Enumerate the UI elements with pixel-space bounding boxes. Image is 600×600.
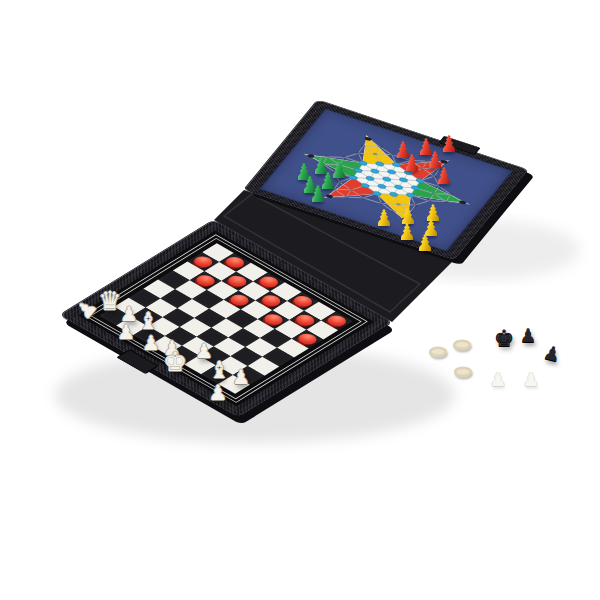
checkers-square[interactable] xyxy=(204,262,236,281)
red-checker-piece[interactable] xyxy=(190,254,216,269)
lattice-line xyxy=(363,197,382,204)
checkers-square[interactable] xyxy=(231,347,263,366)
checkers-square[interactable] xyxy=(218,375,250,394)
triangle-hole xyxy=(412,203,418,206)
checkers-square[interactable] xyxy=(207,281,239,300)
checkers-square[interactable] xyxy=(201,365,233,384)
red-checker-piece[interactable] xyxy=(222,255,248,270)
red-checker-piece[interactable] xyxy=(295,331,321,346)
checkers-square[interactable] xyxy=(270,282,302,301)
checkers-square[interactable] xyxy=(255,291,287,310)
checkers-square[interactable] xyxy=(148,317,180,336)
checkers-square[interactable] xyxy=(275,320,307,339)
checkers-square[interactable] xyxy=(158,271,190,290)
checkers-square[interactable] xyxy=(133,326,165,345)
checkers-square[interactable] xyxy=(163,308,195,327)
triangle-hole xyxy=(355,152,361,155)
checkers-square[interactable] xyxy=(304,302,336,321)
triangle-hole xyxy=(341,156,347,159)
checkers-square[interactable] xyxy=(321,312,353,331)
checkers-square[interactable] xyxy=(248,357,280,376)
checkers-square[interactable] xyxy=(241,300,273,319)
checkers-square[interactable] xyxy=(260,329,292,348)
checkers-square[interactable] xyxy=(228,328,260,347)
checkers-square[interactable] xyxy=(243,319,275,338)
checkers-square[interactable] xyxy=(258,310,290,329)
red-checker-piece[interactable] xyxy=(261,312,287,327)
checkers-square[interactable] xyxy=(245,338,277,357)
lattice-line xyxy=(429,176,444,186)
checkers-square[interactable] xyxy=(194,309,226,328)
checkers-square[interactable] xyxy=(184,356,216,375)
red-checker-piece[interactable] xyxy=(224,274,250,289)
checkers-square[interactable] xyxy=(175,280,207,299)
checkers-square[interactable] xyxy=(253,273,285,292)
checkers-square[interactable] xyxy=(199,346,231,365)
checkers-square[interactable] xyxy=(187,252,219,271)
red-checker-piece[interactable] xyxy=(292,313,318,328)
checkers-square[interactable] xyxy=(116,317,148,336)
product-photo-scene: ♟♛♟♝♟♟♟♚♟♝♟♟♚♟♟♟♟ xyxy=(0,0,600,600)
lattice-line xyxy=(329,172,344,182)
checkers-square[interactable] xyxy=(287,292,319,311)
red-checker-piece[interactable] xyxy=(193,273,219,288)
checkers-square[interactable] xyxy=(99,307,131,326)
checkers-square[interactable] xyxy=(131,307,163,326)
checkers-square[interactable] xyxy=(216,356,248,375)
checkers-square[interactable] xyxy=(197,328,229,347)
checkers-square[interactable] xyxy=(236,263,268,282)
checkers-square[interactable] xyxy=(167,346,199,365)
checkers-square[interactable] xyxy=(202,243,234,262)
checkers-square[interactable] xyxy=(114,298,146,317)
checkers-square[interactable] xyxy=(233,366,265,385)
checkers-square[interactable] xyxy=(192,290,224,309)
red-checker-piece[interactable] xyxy=(258,293,284,308)
checkers-square[interactable] xyxy=(173,261,205,280)
checkers-square[interactable] xyxy=(221,272,253,291)
checkers-square[interactable] xyxy=(272,301,304,320)
red-checker-piece[interactable] xyxy=(324,313,350,328)
lattice-line xyxy=(415,198,429,208)
checkers-square[interactable] xyxy=(209,300,241,319)
checkers-square[interactable] xyxy=(146,298,178,317)
red-checker-piece[interactable] xyxy=(227,292,253,307)
checkers-square[interactable] xyxy=(292,330,324,349)
checkers-square[interactable] xyxy=(238,282,270,301)
checkers-square[interactable] xyxy=(182,337,214,356)
checkers-square[interactable] xyxy=(224,291,256,310)
checkers-square[interactable] xyxy=(219,253,251,272)
red-checker-piece[interactable] xyxy=(290,294,316,309)
checkers-square[interactable] xyxy=(150,336,182,355)
checkers-square[interactable] xyxy=(180,318,212,337)
checkers-square[interactable] xyxy=(226,309,258,328)
lattice-line xyxy=(392,154,411,161)
checkers-square[interactable] xyxy=(214,337,246,356)
checkers-square[interactable] xyxy=(306,321,338,340)
checkers-square[interactable] xyxy=(289,311,321,330)
checkers-square[interactable] xyxy=(177,299,209,318)
checkers-square[interactable] xyxy=(211,319,243,338)
triangle-hole xyxy=(426,199,432,202)
checkers-square[interactable] xyxy=(190,271,222,290)
checkers-square[interactable] xyxy=(129,289,161,308)
checkers-square[interactable] xyxy=(262,348,294,367)
red-checker-piece[interactable] xyxy=(256,274,282,289)
checkers-square[interactable] xyxy=(165,327,197,346)
checkers-square[interactable] xyxy=(277,339,309,358)
checkers-square[interactable] xyxy=(160,289,192,308)
checkers-square[interactable] xyxy=(143,280,175,299)
lattice-line xyxy=(344,150,358,160)
